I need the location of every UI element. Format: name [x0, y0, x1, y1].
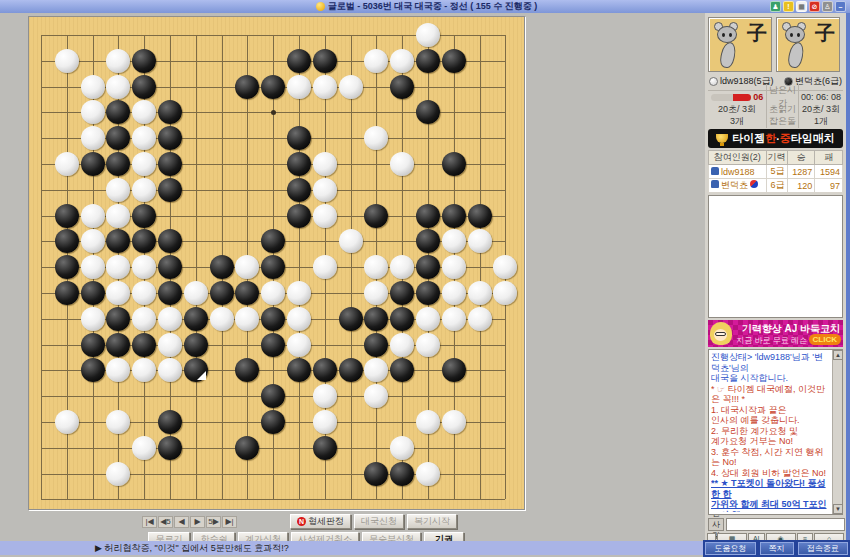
- ticker-text: ▶ 허리협착증, "이것" 집에서 5분만해도 효과적!?: [95, 542, 289, 555]
- avatar-glyph: 子: [815, 20, 835, 47]
- bottom-action-bar: 도움요청 쪽지 접속종료: [703, 540, 850, 557]
- nav-back5-button[interactable]: ◀5: [158, 516, 173, 528]
- black-stone: [106, 307, 130, 331]
- black-stone: [235, 358, 259, 382]
- black-stone: [442, 358, 466, 382]
- black-stone: [210, 281, 234, 305]
- white-stone: [287, 307, 311, 331]
- lesson-ad-banner[interactable]: 기력향상 AJ 바둑코치 지금 바로 무료 레슨 CLICK: [708, 320, 843, 347]
- black-stone: [261, 410, 285, 434]
- black-stone: [81, 152, 105, 176]
- black-stone: [287, 49, 311, 73]
- title-bar: 글로벌 - 5036번 대국 대국중 - 정선 ( 155 수 진행중 ) ♟ …: [0, 0, 850, 13]
- white-stone: [55, 152, 79, 176]
- white-stone: [158, 358, 182, 382]
- white-stone: [81, 75, 105, 99]
- white-stone-icon: [709, 77, 718, 86]
- thumb-icon: [711, 180, 719, 188]
- black-stone: [55, 281, 79, 305]
- chat-line: * ☞ 타이젬 대국예절, 이것만은 꼭!!! *: [711, 384, 831, 405]
- black-stone: [235, 436, 259, 460]
- black-stone: [55, 204, 79, 228]
- black-stone: [416, 255, 440, 279]
- black-stone: [158, 436, 182, 460]
- white-stone: [468, 307, 492, 331]
- white-stone: [132, 100, 156, 124]
- white-stone: [416, 307, 440, 331]
- white-time-number: 06: [753, 92, 763, 102]
- mouse-character-icon: [785, 26, 805, 43]
- white-stone: [442, 307, 466, 331]
- chat-line: 대국을 시작합니다.: [711, 373, 831, 384]
- white-stone: [364, 281, 388, 305]
- black-stone: [313, 49, 337, 73]
- black-stone: [416, 204, 440, 228]
- no-entry-icon[interactable]: ⊘: [809, 1, 820, 12]
- white-stone: [442, 281, 466, 305]
- message-button[interactable]: 쪽지: [760, 542, 794, 555]
- black-stone: [390, 358, 414, 382]
- table-row[interactable]: 변덕쵸 6급 120 97: [709, 179, 843, 193]
- timer-box: 06 남은시간 00: 06: 08 20초/ 3회 초읽기 20초/ 3회 3…: [708, 90, 843, 127]
- chat-line: 인사의 예를 갖춥니다.: [711, 415, 831, 426]
- black-stone: [287, 152, 311, 176]
- last-move-marker: [197, 371, 206, 380]
- black-stone: [416, 281, 440, 305]
- black-stone: [261, 255, 285, 279]
- white-stone: [364, 255, 388, 279]
- white-stone: [313, 152, 337, 176]
- black-stone: [442, 204, 466, 228]
- black-stone: [184, 358, 208, 382]
- white-stone: [313, 204, 337, 228]
- black-stone: [261, 75, 285, 99]
- chat-line: 2. 무리한 계가요청 및: [711, 426, 831, 437]
- white-stone: [132, 436, 156, 460]
- nav-forward5-button[interactable]: 5▶: [206, 516, 221, 528]
- white-stone: [158, 333, 182, 357]
- grid-line: [41, 499, 505, 500]
- white-stone: [81, 126, 105, 150]
- black-stone: [81, 333, 105, 357]
- white-stone: [132, 152, 156, 176]
- white-stone: [132, 281, 156, 305]
- white-stone: [287, 333, 311, 357]
- chat-line: 계가요청 거부는 No!: [711, 436, 831, 447]
- white-stone: [390, 255, 414, 279]
- chat-input[interactable]: [726, 518, 845, 531]
- white-stone: [261, 281, 285, 305]
- white-stone: [106, 358, 130, 382]
- black-stone: [210, 255, 234, 279]
- window-title: 글로벌 - 5036번 대국 대국중 - 정선 ( 155 수 진행중 ): [328, 0, 538, 13]
- white-stone: [132, 178, 156, 202]
- nav-back-button[interactable]: ◀: [174, 516, 189, 528]
- white-stone: [390, 152, 414, 176]
- white-stone: [106, 410, 130, 434]
- black-captures: 1개: [799, 115, 843, 128]
- participants-table: 참여인원(2) 기력 승 패 ldw9188 5급 1287 1594 변덕쵸 …: [708, 150, 843, 193]
- mouse-body-icon: [786, 41, 805, 69]
- black-stone: [158, 255, 182, 279]
- white-stone: [364, 384, 388, 408]
- help-request-button[interactable]: 도움요청: [705, 542, 756, 555]
- crown-icon: [316, 2, 325, 11]
- black-stone: [158, 410, 182, 434]
- nav-last-button[interactable]: ▶|: [222, 516, 237, 528]
- white-stone: [442, 410, 466, 434]
- white-stone: [106, 255, 130, 279]
- request-game-button[interactable]: 대국신청: [354, 514, 404, 529]
- star-point: [271, 110, 276, 115]
- black-stone: [390, 75, 414, 99]
- ad-subtitle: 지금 바로 무료 레슨: [736, 335, 807, 346]
- white-time-bar: [711, 94, 751, 101]
- black-stone: [364, 204, 388, 228]
- black-stone: [81, 281, 105, 305]
- white-stone: [313, 178, 337, 202]
- black-stone: [261, 307, 285, 331]
- white-stone: [81, 100, 105, 124]
- black-stone: [106, 333, 130, 357]
- black-stone: [55, 229, 79, 253]
- white-stone: [390, 436, 414, 460]
- black-stone: [132, 229, 156, 253]
- white-stone: [364, 358, 388, 382]
- white-stone: [313, 384, 337, 408]
- black-stone: [184, 333, 208, 357]
- white-stone: [55, 49, 79, 73]
- white-stone: [210, 307, 234, 331]
- scroll-down-icon[interactable]: ▼: [833, 504, 843, 514]
- grid-line: [480, 35, 481, 499]
- white-stone: [390, 49, 414, 73]
- go-board-panel: [28, 16, 525, 510]
- white-stone: [81, 307, 105, 331]
- white-stone: [416, 410, 440, 434]
- timematch-banner[interactable]: 타이젬 한·중 타임매치: [708, 129, 843, 148]
- black-stone: [235, 281, 259, 305]
- white-stone: [184, 281, 208, 305]
- black-stone: [442, 49, 466, 73]
- white-stone: [106, 49, 130, 73]
- judge-button[interactable]: N 형세판정: [290, 514, 351, 529]
- white-captures: 3개: [708, 115, 766, 128]
- table-row[interactable]: ldw9188 5급 1287 1594: [709, 165, 843, 179]
- white-stone: [339, 75, 363, 99]
- black-stone: [106, 126, 130, 150]
- white-stone: [158, 307, 182, 331]
- black-stone: [158, 100, 182, 124]
- black-stone: [261, 333, 285, 357]
- black-stone: [132, 75, 156, 99]
- white-stone: [106, 204, 130, 228]
- black-stone: [468, 204, 492, 228]
- col-losses: 패: [815, 151, 843, 165]
- black-stone: [158, 229, 182, 253]
- chat-line: 1. 대국시작과 끝은: [711, 405, 831, 416]
- black-stone: [416, 229, 440, 253]
- white-stone: [55, 410, 79, 434]
- chat-line: 3. 훈수 착점, 시간 지연 행위는 No!: [711, 447, 831, 468]
- col-wins: 승: [787, 151, 815, 165]
- black-stone: [55, 255, 79, 279]
- chat-line[interactable]: ** ★ T포켓이 돌아왔다! 풍성한 한: [711, 478, 831, 499]
- thumb-icon: [711, 167, 719, 175]
- white-stone: [132, 307, 156, 331]
- white-stone: [313, 75, 337, 99]
- white-stone: [339, 229, 363, 253]
- white-stone: [493, 255, 517, 279]
- col-rank: 기력: [766, 151, 787, 165]
- mouse-body-icon: [718, 41, 737, 69]
- black-stone: [158, 152, 182, 176]
- right-panel: 子 子 ldw9188(5급) 변덕쵸(6급) 06 남은시간 00: 06: …: [705, 13, 846, 557]
- white-stone: [235, 255, 259, 279]
- spectator-list[interactable]: [708, 195, 843, 318]
- black-stone: [106, 100, 130, 124]
- black-stone: [158, 281, 182, 305]
- nav-first-button[interactable]: |◀: [142, 516, 157, 528]
- black-stone: [287, 204, 311, 228]
- alarm-icon[interactable]: !: [783, 1, 794, 12]
- white-stone: [416, 333, 440, 357]
- white-stone: [313, 255, 337, 279]
- black-stone: [106, 152, 130, 176]
- white-stone: [81, 204, 105, 228]
- black-stone: [261, 384, 285, 408]
- nav-forward-button[interactable]: ▶: [190, 516, 205, 528]
- white-stone: [106, 75, 130, 99]
- grid-line: [351, 35, 352, 499]
- black-stone: [81, 358, 105, 382]
- taegeuk-icon: [750, 180, 758, 188]
- white-stone: [106, 281, 130, 305]
- white-stone: [287, 75, 311, 99]
- chat-line[interactable]: 가위와 함께 최대 50억 T포인트의 행: [711, 499, 831, 512]
- profile-icon[interactable]: ♙: [822, 1, 833, 12]
- chat-box: 진행상태> 'ldw9188'님과 '변덕쵸'님의대국을 시작합니다. * ☞ …: [708, 349, 843, 515]
- white-stone: [468, 229, 492, 253]
- chat-messages: 진행상태> 'ldw9188'님과 '변덕쵸'님의대국을 시작합니다. * ☞ …: [711, 352, 831, 512]
- ad-click-button[interactable]: CLICK: [809, 334, 841, 345]
- black-stone: [132, 49, 156, 73]
- white-player-name: ldw9188(5급): [709, 75, 774, 88]
- window-right-border: [846, 13, 850, 557]
- black-stone: [158, 178, 182, 202]
- black-stone: [390, 307, 414, 331]
- col-participants: 참여인원(2): [709, 151, 767, 165]
- black-stone: [339, 307, 363, 331]
- white-stone: [81, 255, 105, 279]
- black-stone: [287, 178, 311, 202]
- black-stone: [235, 75, 259, 99]
- chat-line: 진행상태> 'ldw9188'님과 '변덕쵸'님의: [711, 352, 831, 373]
- black-stone: [106, 229, 130, 253]
- white-stone: [390, 333, 414, 357]
- white-stone: [364, 126, 388, 150]
- black-stone: [184, 307, 208, 331]
- replay-button[interactable]: 복기시작: [407, 514, 457, 529]
- chat-scrollbar[interactable]: ▲ ▼: [832, 350, 842, 514]
- black-stone: [390, 281, 414, 305]
- white-stone: [132, 126, 156, 150]
- label-captures: 잡은돌: [766, 115, 799, 128]
- new-badge-icon: N: [297, 517, 306, 526]
- black-player-avatar: 子: [776, 17, 840, 72]
- white-stone: [493, 281, 517, 305]
- white-stone: [132, 358, 156, 382]
- white-stone: [313, 410, 337, 434]
- grid-line: [41, 448, 505, 449]
- white-stone: [287, 281, 311, 305]
- black-stone: [416, 100, 440, 124]
- white-stone: [106, 462, 130, 486]
- white-stone: [442, 229, 466, 253]
- white-stone: [81, 229, 105, 253]
- black-stone: [158, 126, 182, 150]
- black-stone: [364, 462, 388, 486]
- users-icon[interactable]: ♟: [770, 1, 781, 12]
- black-stone: [364, 333, 388, 357]
- black-stone: [287, 126, 311, 150]
- white-stone: [416, 23, 440, 47]
- white-stone: [364, 49, 388, 73]
- mouse-character-icon: [717, 26, 737, 43]
- grid-line: [299, 35, 300, 499]
- black-stone: [132, 204, 156, 228]
- white-stone: [442, 255, 466, 279]
- black-stone: [313, 436, 337, 460]
- black-remaining-time: 00: 06: 08: [799, 92, 843, 102]
- trophy-icon: [716, 134, 728, 143]
- chat-line: 4. 상대 회원 비하 발언은 No!: [711, 468, 831, 479]
- board-icon[interactable]: ▦: [796, 1, 807, 12]
- white-player-avatar: 子: [708, 17, 772, 72]
- black-stone: [132, 333, 156, 357]
- disconnect-button[interactable]: 접속종료: [798, 542, 849, 555]
- black-stone: [339, 358, 363, 382]
- black-stone: [287, 358, 311, 382]
- black-stone: [261, 229, 285, 253]
- black-stone: [442, 152, 466, 176]
- minimize-icon[interactable]: –: [835, 1, 846, 12]
- white-stone: [106, 178, 130, 202]
- white-stone: [416, 462, 440, 486]
- black-stone: [416, 49, 440, 73]
- ad-character-glasses: [715, 332, 726, 336]
- black-stone: [390, 462, 414, 486]
- news-ticker[interactable]: ▶ 허리협착증, "이것" 집에서 5분만해도 효과적!?: [0, 541, 703, 555]
- go-board[interactable]: [29, 17, 524, 509]
- avatar-glyph: 子: [747, 20, 767, 47]
- white-stone: [235, 307, 259, 331]
- white-stone: [132, 255, 156, 279]
- black-stone: [364, 307, 388, 331]
- scroll-up-icon[interactable]: ▲: [833, 350, 843, 360]
- greeting-label: 인사말: [708, 518, 724, 531]
- titlebar-icons: ♟ ! ▦ ⊘ ♙ –: [770, 1, 846, 12]
- black-stone: [313, 358, 337, 382]
- white-stone: [468, 281, 492, 305]
